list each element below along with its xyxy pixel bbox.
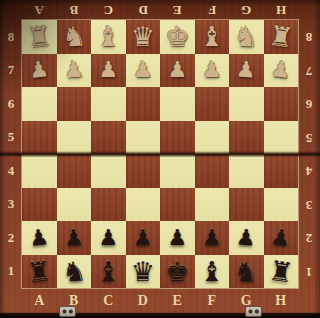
file-label-bottom-e: E [160, 288, 195, 314]
square-c4[interactable] [91, 154, 126, 188]
square-g6[interactable] [229, 87, 264, 121]
square-g5[interactable] [229, 121, 264, 155]
file-label-top-a: A [22, 0, 57, 20]
square-h1[interactable]: ♜ [264, 255, 299, 289]
black-pawn-icon: ♟ [63, 226, 84, 249]
square-c1[interactable]: ♝ [91, 255, 126, 289]
square-c6[interactable] [91, 87, 126, 121]
black-knight-icon: ♞ [233, 257, 259, 286]
file-label-top-c: C [91, 0, 126, 20]
white-rook-icon: ♜ [26, 22, 53, 52]
white-pawn-icon: ♟ [167, 59, 187, 81]
white-king-icon: ♚ [165, 23, 189, 50]
square-b3[interactable] [57, 188, 92, 222]
square-b7[interactable]: ♟ [57, 54, 92, 88]
square-c2[interactable]: ♟ [91, 221, 126, 255]
black-pawn-icon: ♟ [202, 227, 222, 249]
black-pawn-icon: ♟ [167, 227, 187, 249]
square-c3[interactable] [91, 188, 126, 222]
square-b6[interactable] [57, 87, 92, 121]
square-h8[interactable]: ♜ [264, 20, 299, 54]
square-d6[interactable] [126, 87, 161, 121]
file-labels-top: ABCDEFGH [22, 0, 298, 20]
square-c5[interactable] [91, 121, 126, 155]
file-label-bottom-c: C [91, 288, 126, 314]
square-d1[interactable]: ♛ [126, 255, 161, 289]
square-h6[interactable] [264, 87, 299, 121]
square-f7[interactable]: ♟ [195, 54, 230, 88]
white-queen-icon: ♛ [131, 23, 155, 50]
file-label-bottom-h: H [264, 288, 299, 314]
square-b5[interactable] [57, 121, 92, 155]
black-rook-icon: ♜ [267, 256, 295, 286]
white-knight-icon: ♞ [61, 22, 87, 51]
rank-label-left-4: 4 [0, 154, 22, 188]
file-label-bottom-d: D [126, 288, 161, 314]
square-f5[interactable] [195, 121, 230, 155]
square-g4[interactable] [229, 154, 264, 188]
square-d2[interactable]: ♟ [126, 221, 161, 255]
rank-label-left-6: 6 [0, 87, 22, 121]
black-pawn-icon: ♟ [133, 227, 153, 249]
hinge-icon [59, 306, 76, 317]
square-b4[interactable] [57, 154, 92, 188]
file-label-top-d: D [126, 0, 161, 20]
rank-label-right-4: 4 [298, 154, 320, 188]
square-h5[interactable] [264, 121, 299, 155]
chess-set-photo: ABCDEFGH ABCDEFGH 87654321 87654321 ♜♞♝♛… [0, 0, 320, 318]
rank-label-left-1: 1 [0, 255, 22, 289]
file-label-top-h: H [264, 0, 299, 20]
hinge-icon [245, 306, 262, 317]
white-bishop-icon: ♝ [96, 23, 120, 50]
square-e4[interactable] [160, 154, 195, 188]
square-g2[interactable]: ♟ [229, 221, 264, 255]
file-label-top-e: E [160, 0, 195, 20]
square-h2[interactable]: ♟ [264, 221, 299, 255]
black-queen-icon: ♛ [131, 258, 155, 285]
square-a6[interactable] [22, 87, 57, 121]
rank-label-right-7: 7 [298, 54, 320, 88]
white-pawn-icon: ♟ [133, 59, 153, 81]
square-e8[interactable]: ♚ [160, 20, 195, 54]
square-f8[interactable]: ♝ [195, 20, 230, 54]
file-label-bottom-f: F [195, 288, 230, 314]
square-a4[interactable] [22, 154, 57, 188]
white-pawn-icon: ♟ [202, 59, 222, 81]
square-d7[interactable]: ♟ [126, 54, 161, 88]
square-a8[interactable]: ♜ [22, 20, 57, 54]
black-pawn-icon: ♟ [98, 227, 118, 249]
square-e6[interactable] [160, 87, 195, 121]
file-label-top-b: B [57, 0, 92, 20]
black-pawn-icon: ♟ [269, 225, 292, 250]
rank-label-right-5: 5 [298, 121, 320, 155]
square-h3[interactable] [264, 188, 299, 222]
square-f4[interactable] [195, 154, 230, 188]
square-d4[interactable] [126, 154, 161, 188]
file-label-top-f: F [195, 0, 230, 20]
file-label-top-g: G [229, 0, 264, 20]
white-pawn-icon: ♟ [98, 59, 118, 81]
square-g3[interactable] [229, 188, 264, 222]
rank-label-left-3: 3 [0, 188, 22, 222]
square-a1[interactable]: ♜ [22, 255, 57, 289]
white-bishop-icon: ♝ [200, 23, 224, 50]
white-knight-icon: ♞ [233, 22, 259, 51]
rank-label-right-3: 3 [298, 188, 320, 222]
square-f3[interactable] [195, 188, 230, 222]
square-b1[interactable]: ♞ [57, 255, 92, 289]
square-b8[interactable]: ♞ [57, 20, 92, 54]
square-f1[interactable]: ♝ [195, 255, 230, 289]
file-label-bottom-a: A [22, 288, 57, 314]
fold-seam [0, 151, 320, 157]
square-g8[interactable]: ♞ [229, 20, 264, 54]
rank-label-left-2: 2 [0, 221, 22, 255]
square-e7[interactable]: ♟ [160, 54, 195, 88]
square-e1[interactable]: ♚ [160, 255, 195, 289]
rank-label-right-6: 6 [298, 87, 320, 121]
square-c8[interactable]: ♝ [91, 20, 126, 54]
white-pawn-icon: ♟ [236, 59, 257, 82]
square-c7[interactable]: ♟ [91, 54, 126, 88]
black-king-icon: ♚ [165, 258, 189, 285]
square-e3[interactable] [160, 188, 195, 222]
rank-label-left-8: 8 [0, 20, 22, 54]
square-e5[interactable] [160, 121, 195, 155]
black-pawn-icon: ♟ [28, 226, 50, 250]
square-d8[interactable]: ♛ [126, 20, 161, 54]
rank-label-right-8: 8 [298, 20, 320, 54]
white-pawn-icon: ♟ [28, 58, 50, 82]
square-f2[interactable]: ♟ [195, 221, 230, 255]
white-pawn-icon: ♟ [269, 58, 292, 83]
square-a2[interactable]: ♟ [22, 221, 57, 255]
square-b2[interactable]: ♟ [57, 221, 92, 255]
square-f6[interactable] [195, 87, 230, 121]
rank-label-right-1: 1 [298, 255, 320, 289]
square-e2[interactable]: ♟ [160, 221, 195, 255]
rank-label-right-2: 2 [298, 221, 320, 255]
square-g7[interactable]: ♟ [229, 54, 264, 88]
square-h7[interactable]: ♟ [264, 54, 299, 88]
square-a3[interactable] [22, 188, 57, 222]
black-pawn-icon: ♟ [236, 226, 257, 249]
square-g1[interactable]: ♞ [229, 255, 264, 289]
black-bishop-icon: ♝ [96, 258, 120, 285]
board-bottom-edge [0, 313, 320, 318]
rank-label-left-7: 7 [0, 54, 22, 88]
square-d3[interactable] [126, 188, 161, 222]
square-a7[interactable]: ♟ [22, 54, 57, 88]
black-knight-icon: ♞ [61, 257, 87, 286]
black-bishop-icon: ♝ [200, 258, 224, 285]
square-h4[interactable] [264, 154, 299, 188]
white-rook-icon: ♜ [267, 22, 295, 52]
black-rook-icon: ♜ [26, 256, 53, 286]
square-a5[interactable] [22, 121, 57, 155]
rank-label-left-5: 5 [0, 121, 22, 155]
white-pawn-icon: ♟ [63, 59, 84, 82]
square-d5[interactable] [126, 121, 161, 155]
